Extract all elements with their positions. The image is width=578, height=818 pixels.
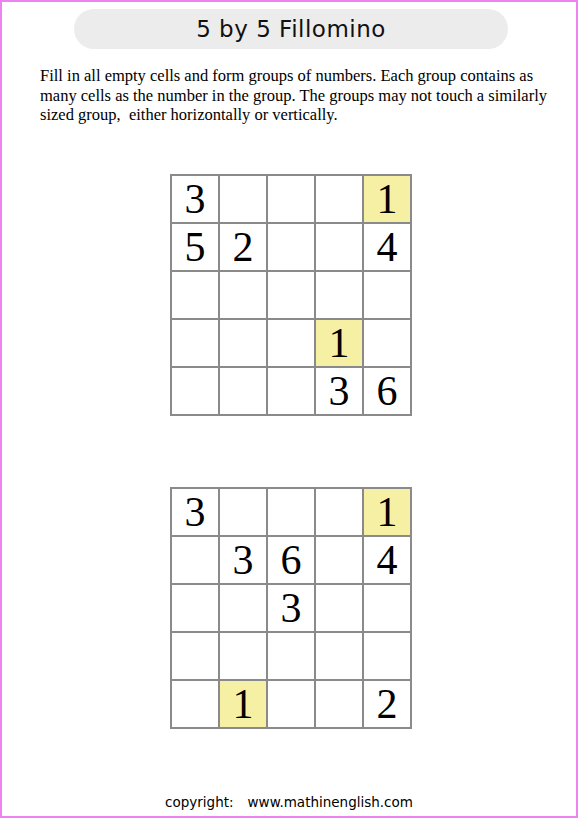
puzzle2-cell-r2c2: 3: [220, 537, 266, 583]
puzzle2-cell-r4c3[interactable]: [268, 633, 314, 679]
puzzle2-cell-r3c2[interactable]: [220, 585, 266, 631]
puzzle1-cell-r2c5: 4: [364, 224, 410, 270]
puzzle2-cell-r3c3: 3: [268, 585, 314, 631]
puzzle1-cell-r4c5[interactable]: [364, 320, 410, 366]
puzzle2-cell-r2c5: 4: [364, 537, 410, 583]
title-banner: 5 by 5 Fillomino: [74, 9, 508, 49]
puzzle-grid-1: 31524136: [170, 174, 412, 416]
puzzle2-cell-r5c3[interactable]: [268, 681, 314, 727]
page-title: 5 by 5 Fillomino: [196, 16, 386, 42]
puzzle1-cell-r1c3[interactable]: [268, 176, 314, 222]
puzzle2-cell-r3c1[interactable]: [172, 585, 218, 631]
puzzle1-cell-r5c3[interactable]: [268, 368, 314, 414]
puzzle1-cell-r2c2: 2: [220, 224, 266, 270]
puzzle2-cell-r5c4[interactable]: [316, 681, 362, 727]
puzzle2-cell-r1c2[interactable]: [220, 489, 266, 535]
puzzle2-cell-r2c3: 6: [268, 537, 314, 583]
puzzle2-cell-r5c5: 2: [364, 681, 410, 727]
puzzle1-cell-r4c1[interactable]: [172, 320, 218, 366]
puzzle1-cell-r5c4: 3: [316, 368, 362, 414]
puzzle2-cell-r3c5[interactable]: [364, 585, 410, 631]
puzzle2-cell-r4c5[interactable]: [364, 633, 410, 679]
puzzle2-cell-r4c4[interactable]: [316, 633, 362, 679]
puzzle1-cell-r3c1[interactable]: [172, 272, 218, 318]
puzzle1-cell-r2c4[interactable]: [316, 224, 362, 270]
puzzle-grid-2: 31364312: [170, 487, 412, 729]
puzzle1-cell-r1c4[interactable]: [316, 176, 362, 222]
instructions-text: Fill in all empty cells and form groups …: [40, 66, 552, 125]
puzzle1-cell-r2c1: 5: [172, 224, 218, 270]
puzzle1-cell-r1c1: 3: [172, 176, 218, 222]
puzzle2-cell-r1c1: 3: [172, 489, 218, 535]
puzzle1-cell-r3c3[interactable]: [268, 272, 314, 318]
puzzle1-cell-r5c5: 6: [364, 368, 410, 414]
puzzle2-cell-r2c1[interactable]: [172, 537, 218, 583]
puzzle1-cell-r5c1[interactable]: [172, 368, 218, 414]
puzzle1-cell-r3c5[interactable]: [364, 272, 410, 318]
puzzle1-cell-r4c3[interactable]: [268, 320, 314, 366]
puzzle2-cell-r4c1[interactable]: [172, 633, 218, 679]
puzzle2-cell-r2c4[interactable]: [316, 537, 362, 583]
puzzle2-cell-r5c2: 1: [220, 681, 266, 727]
puzzle2-cell-r1c5: 1: [364, 489, 410, 535]
puzzle1-cell-r3c4[interactable]: [316, 272, 362, 318]
puzzle1-cell-r1c5: 1: [364, 176, 410, 222]
puzzle1-cell-r4c4: 1: [316, 320, 362, 366]
site-url: www.mathinenglish.com: [248, 794, 413, 810]
puzzle1-cell-r5c2[interactable]: [220, 368, 266, 414]
puzzle1-cell-r3c2[interactable]: [220, 272, 266, 318]
copyright-label: copyright:: [165, 794, 234, 810]
puzzle2-cell-r5c1[interactable]: [172, 681, 218, 727]
puzzle1-cell-r2c3[interactable]: [268, 224, 314, 270]
puzzle2-cell-r1c3[interactable]: [268, 489, 314, 535]
footer: copyright: www.mathinenglish.com: [2, 794, 576, 810]
puzzle1-cell-r1c2[interactable]: [220, 176, 266, 222]
puzzle2-cell-r4c2[interactable]: [220, 633, 266, 679]
worksheet-page: 5 by 5 Fillomino Fill in all empty cells…: [0, 0, 578, 818]
puzzle2-cell-r3c4[interactable]: [316, 585, 362, 631]
puzzle1-cell-r4c2[interactable]: [220, 320, 266, 366]
puzzle2-cell-r1c4[interactable]: [316, 489, 362, 535]
